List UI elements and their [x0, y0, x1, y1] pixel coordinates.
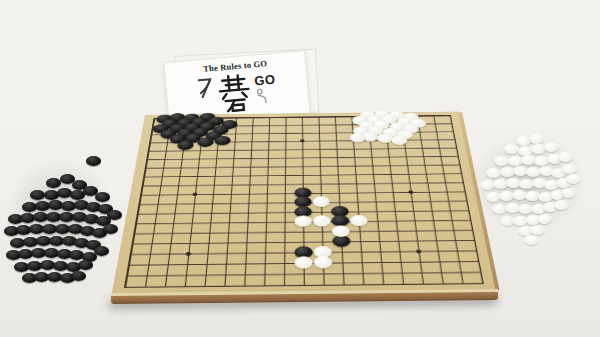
star-point	[192, 193, 197, 196]
white-stone	[350, 215, 368, 226]
star-point	[408, 190, 413, 193]
black-stone	[332, 235, 351, 247]
black-stone	[95, 192, 110, 202]
white-stone	[294, 256, 312, 268]
black-stone	[78, 260, 93, 270]
white-stone	[537, 214, 552, 224]
black-stone	[30, 190, 45, 200]
white-stone	[504, 144, 519, 154]
table-pile-right	[466, 126, 590, 240]
white-stone	[294, 216, 312, 227]
black-stone	[94, 246, 109, 256]
white-stone-pile-on-board	[350, 133, 367, 142]
white-stone	[554, 200, 569, 210]
black-stone-pile-on-board	[215, 136, 232, 145]
black-stone-pile-on-board	[177, 140, 194, 150]
white-stone	[486, 168, 501, 178]
go-board-grid	[124, 115, 484, 288]
table-pile-left	[0, 148, 120, 282]
white-stone	[529, 134, 544, 144]
white-stone	[314, 256, 333, 268]
white-stone	[561, 188, 576, 198]
goban-plane	[112, 112, 497, 295]
white-stone	[544, 142, 559, 152]
black-stone	[46, 178, 61, 188]
black-stone	[86, 156, 101, 166]
white-stone	[494, 156, 509, 166]
white-stone-pile-on-board	[390, 136, 407, 145]
white-stone	[313, 216, 331, 227]
white-stone	[530, 225, 545, 235]
black-stone	[71, 271, 86, 281]
black-stone	[107, 210, 122, 220]
black-stone-pile-on-board	[197, 138, 214, 147]
star-point	[186, 252, 192, 256]
white-stone	[558, 152, 573, 162]
white-stone	[562, 164, 577, 174]
black-stone	[103, 224, 118, 234]
white-stone	[566, 174, 581, 184]
white-stone	[524, 235, 539, 245]
white-stone	[332, 225, 350, 237]
white-stone	[312, 196, 329, 207]
go-board	[112, 112, 497, 295]
star-point	[300, 140, 305, 143]
star-point	[416, 249, 422, 253]
